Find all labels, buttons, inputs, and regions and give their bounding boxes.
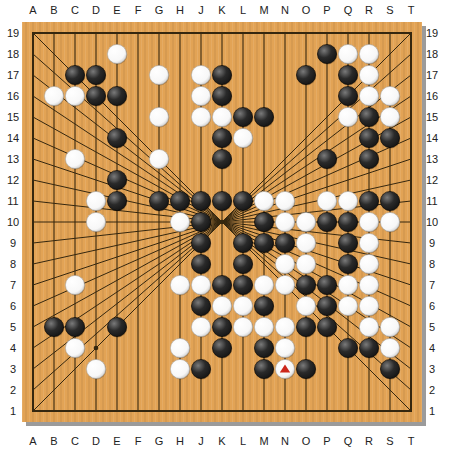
row-label-left-8: 8 [10,259,16,270]
black-stone-L11 [233,191,252,210]
column-label-top-F: F [135,5,142,16]
white-stone-H10 [170,212,189,231]
column-label-top-C: C [71,5,79,16]
row-label-left-17: 17 [7,70,19,81]
black-stone-K5 [212,317,231,336]
black-stone-L8 [233,254,252,273]
black-stone-M6 [254,296,273,315]
row-label-left-1: 1 [10,406,16,417]
black-stone-B5 [44,317,63,336]
white-stone-B16 [44,86,63,105]
row-label-right-18: 18 [426,49,438,60]
column-label-bottom-C: C [71,436,79,447]
black-stone-K11 [212,191,231,210]
white-stone-H7 [170,275,189,294]
white-stone-R7 [359,275,378,294]
white-stone-M11 [254,191,273,210]
black-stone-P10 [317,212,336,231]
row-label-left-4: 4 [10,343,16,354]
white-stone-N4 [275,338,294,357]
black-stone-J10 [191,212,210,231]
column-label-bottom-N: N [281,436,289,447]
column-label-bottom-R: R [365,436,373,447]
black-stone-E16 [107,86,126,105]
black-stone-J11 [191,191,210,210]
row-label-right-7: 7 [429,280,435,291]
black-stone-L15 [233,107,252,126]
black-stone-J3 [191,359,210,378]
white-stone-R16 [359,86,378,105]
star-point-K10 [220,220,225,225]
white-stone-L6 [233,296,252,315]
column-label-top-M: M [259,5,268,16]
black-stone-Q10 [338,212,357,231]
row-label-right-16: 16 [426,91,438,102]
black-stone-S11 [380,191,399,210]
white-stone-N10 [275,212,294,231]
column-label-bottom-J: J [198,436,204,447]
white-stone-R9 [359,233,378,252]
column-label-bottom-B: B [50,436,57,447]
white-stone-C4 [65,338,84,357]
row-label-left-18: 18 [7,49,19,60]
column-label-top-S: S [386,5,393,16]
column-label-top-N: N [281,5,289,16]
row-label-right-8: 8 [429,259,435,270]
white-stone-R6 [359,296,378,315]
row-label-right-19: 19 [426,28,438,39]
black-stone-J8 [191,254,210,273]
white-stone-N8 [275,254,294,273]
black-stone-S3 [380,359,399,378]
white-stone-M5 [254,317,273,336]
column-label-top-H: H [176,5,184,16]
row-label-left-7: 7 [10,280,16,291]
column-label-bottom-F: F [135,436,142,447]
column-label-top-P: P [323,5,330,16]
black-stone-O3 [296,359,315,378]
white-stone-N5 [275,317,294,336]
black-stone-K14 [212,128,231,147]
white-stone-Q11 [338,191,357,210]
white-stone-C13 [65,149,84,168]
white-stone-C7 [65,275,84,294]
black-stone-G11 [149,191,168,210]
black-stone-M15 [254,107,273,126]
row-label-left-15: 15 [7,112,19,123]
white-stone-J15 [191,107,210,126]
black-stone-R4 [359,338,378,357]
white-stone-H4 [170,338,189,357]
black-stone-J9 [191,233,210,252]
white-stone-O9 [296,233,315,252]
column-label-bottom-H: H [176,436,184,447]
white-stone-D3 [86,359,105,378]
column-label-top-J: J [198,5,204,16]
column-label-bottom-Q: Q [344,436,353,447]
row-label-right-17: 17 [426,70,438,81]
black-stone-E14 [107,128,126,147]
black-stone-J6 [191,296,210,315]
go-board[interactable] [22,22,422,422]
column-label-bottom-S: S [386,436,393,447]
black-stone-K13 [212,149,231,168]
white-stone-R10 [359,212,378,231]
go-board-grid[interactable] [22,22,422,422]
black-stone-K7 [212,275,231,294]
white-stone-M7 [254,275,273,294]
row-label-left-14: 14 [7,133,19,144]
row-label-left-3: 3 [10,364,16,375]
row-label-left-9: 9 [10,238,16,249]
column-label-top-D: D [92,5,100,16]
black-stone-N9 [275,233,294,252]
white-stone-R8 [359,254,378,273]
column-label-bottom-T: T [408,436,415,447]
black-stone-E12 [107,170,126,189]
white-stone-R17 [359,65,378,84]
white-stone-S16 [380,86,399,105]
column-label-bottom-P: P [323,436,330,447]
black-stone-R13 [359,149,378,168]
white-stone-R18 [359,44,378,63]
row-label-right-3: 3 [429,364,435,375]
row-label-left-2: 2 [10,385,16,396]
row-label-right-12: 12 [426,175,438,186]
column-label-top-L: L [240,5,246,16]
black-stone-R14 [359,128,378,147]
white-stone-O6 [296,296,315,315]
black-stone-M3 [254,359,273,378]
white-stone-O10 [296,212,315,231]
row-label-right-9: 9 [429,238,435,249]
black-stone-Q8 [338,254,357,273]
white-stone-Q7 [338,275,357,294]
black-stone-L9 [233,233,252,252]
row-label-right-4: 4 [429,343,435,354]
black-stone-M10 [254,212,273,231]
column-label-bottom-G: G [155,436,164,447]
column-label-bottom-E: E [113,436,120,447]
black-stone-S14 [380,128,399,147]
white-stone-J17 [191,65,210,84]
black-stone-L7 [233,275,252,294]
white-stone-S4 [380,338,399,357]
row-label-right-15: 15 [426,112,438,123]
black-stone-E5 [107,317,126,336]
row-label-left-13: 13 [7,154,19,165]
white-stone-J16 [191,86,210,105]
white-stone-L14 [233,128,252,147]
row-label-right-6: 6 [429,301,435,312]
white-stone-K6 [212,296,231,315]
black-stone-M9 [254,233,273,252]
white-stone-H3 [170,359,189,378]
column-label-top-K: K [218,5,225,16]
black-stone-P7 [317,275,336,294]
row-label-left-6: 6 [10,301,16,312]
column-label-bottom-A: A [29,436,36,447]
black-stone-Q16 [338,86,357,105]
black-stone-K17 [212,65,231,84]
star-point-D4 [94,346,99,351]
black-stone-O5 [296,317,315,336]
white-stone-D11 [86,191,105,210]
white-stone-K15 [212,107,231,126]
column-label-top-G: G [155,5,164,16]
column-label-top-B: B [50,5,57,16]
row-label-right-5: 5 [429,322,435,333]
column-label-top-R: R [365,5,373,16]
black-stone-K16 [212,86,231,105]
column-label-top-Q: Q [344,5,353,16]
black-stone-P6 [317,296,336,315]
white-stone-N7 [275,275,294,294]
row-label-left-16: 16 [7,91,19,102]
white-stone-D10 [86,212,105,231]
column-label-bottom-M: M [259,436,268,447]
black-stone-R15 [359,107,378,126]
white-stone-E18 [107,44,126,63]
row-label-left-19: 19 [7,28,19,39]
row-label-right-10: 10 [426,217,438,228]
black-stone-P13 [317,149,336,168]
white-stone-Q18 [338,44,357,63]
black-stone-Q9 [338,233,357,252]
row-label-right-13: 13 [426,154,438,165]
white-stone-P11 [317,191,336,210]
row-label-left-5: 5 [10,322,16,333]
white-stone-G13 [149,149,168,168]
black-stone-M4 [254,338,273,357]
white-stone-G17 [149,65,168,84]
row-label-left-11: 11 [7,196,18,207]
black-stone-E11 [107,191,126,210]
row-label-right-11: 11 [426,196,437,207]
black-stone-C17 [65,65,84,84]
row-label-right-14: 14 [426,133,438,144]
column-label-top-E: E [113,5,120,16]
white-stone-J7 [191,275,210,294]
black-stone-O7 [296,275,315,294]
white-stone-S5 [380,317,399,336]
black-stone-P5 [317,317,336,336]
black-stone-R11 [359,191,378,210]
black-stone-C5 [65,317,84,336]
white-stone-S10 [380,212,399,231]
white-stone-O8 [296,254,315,273]
column-label-bottom-L: L [240,436,246,447]
white-stone-Q15 [338,107,357,126]
black-stone-Q4 [338,338,357,357]
column-label-top-O: O [302,5,311,16]
column-label-top-T: T [408,5,415,16]
row-label-right-2: 2 [429,385,435,396]
black-stone-D17 [86,65,105,84]
row-label-left-12: 12 [7,175,19,186]
black-stone-P18 [317,44,336,63]
white-stone-C16 [65,86,84,105]
row-label-right-1: 1 [429,406,435,417]
column-label-bottom-O: O [302,436,311,447]
black-stone-Q17 [338,65,357,84]
white-stone-J5 [191,317,210,336]
white-stone-L5 [233,317,252,336]
column-label-bottom-K: K [218,436,225,447]
white-stone-Q6 [338,296,357,315]
black-stone-K4 [212,338,231,357]
column-label-top-A: A [29,5,36,16]
white-stone-R5 [359,317,378,336]
black-stone-O17 [296,65,315,84]
go-game-screenshot: AABBCCDDEEFFGGHHJJKKLLMMNNOOPPQQRRSSTT19… [0,0,450,450]
black-stone-D16 [86,86,105,105]
white-stone-S15 [380,107,399,126]
white-stone-N11 [275,191,294,210]
column-label-bottom-D: D [92,436,100,447]
black-stone-H11 [170,191,189,210]
row-label-left-10: 10 [7,217,19,228]
white-stone-G15 [149,107,168,126]
